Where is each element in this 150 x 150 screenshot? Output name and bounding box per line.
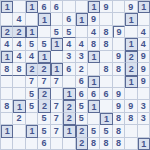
cell-r4c12[interactable]: 4 [138, 38, 150, 50]
cell-r5c5[interactable] [51, 51, 63, 63]
cell-r7c8[interactable]: 1 [88, 76, 100, 88]
cell-r6c12[interactable]: 9 [138, 63, 150, 75]
cell-r11c5[interactable]: 7 [51, 125, 63, 137]
cell-r3c9[interactable]: 8 [100, 26, 112, 38]
cell-r12c7[interactable]: 2 [76, 138, 88, 150]
cell-r2c10[interactable] [113, 13, 125, 25]
cell-r5c2[interactable]: 4 [13, 51, 25, 63]
cell-r12c2[interactable] [13, 138, 25, 150]
cell-r11c4[interactable]: 5 [38, 125, 50, 137]
cell-r10c4[interactable]: 5 [38, 113, 50, 125]
cell-r1c1[interactable]: 1 [1, 1, 13, 13]
cell-r5c6[interactable]: 3 [63, 51, 75, 63]
cell-r1c6[interactable] [63, 1, 75, 13]
cell-r3c11[interactable] [125, 26, 137, 38]
cell-r7c5[interactable]: 7 [51, 76, 63, 88]
cell-r11c7[interactable]: 2 [76, 125, 88, 137]
cell-r12c11[interactable] [125, 138, 137, 150]
cell-r1c8[interactable]: 1 [88, 1, 100, 13]
cell-r1c9[interactable]: 9 [100, 1, 112, 13]
cell-r1c11[interactable]: 9 [125, 1, 137, 13]
cell-r4c2[interactable]: 4 [13, 38, 25, 50]
cell-r3c10[interactable]: 9 [113, 26, 125, 38]
cell-r8c10[interactable]: 9 [113, 88, 125, 100]
cell-r4c7[interactable]: 4 [76, 38, 88, 50]
cell-r5c8[interactable]: 1 [88, 51, 100, 63]
cell-r1c2[interactable] [13, 1, 25, 13]
cell-r11c1[interactable]: 1 [1, 125, 13, 137]
cell-r4c6[interactable]: 4 [63, 38, 75, 50]
cell-r11c3[interactable]: 1 [26, 125, 38, 137]
cell-r6c5[interactable]: 1 [51, 63, 63, 75]
cell-r7c3[interactable]: 7 [26, 76, 38, 88]
cell-r5c1[interactable]: 1 [1, 51, 13, 63]
cell-r8c6[interactable]: 1 [63, 88, 75, 100]
cell-r6c3[interactable]: 2 [26, 63, 38, 75]
cell-r8c4[interactable]: 2 [38, 88, 50, 100]
cell-r3c2[interactable]: 2 [13, 26, 25, 38]
cell-r6c7[interactable]: 2 [76, 63, 88, 75]
cell-r6c11[interactable]: 2 [125, 63, 137, 75]
cell-r2c6[interactable]: 6 [63, 13, 75, 25]
cell-r1c10[interactable] [113, 1, 125, 13]
cell-r8c7[interactable]: 6 [76, 88, 88, 100]
cell-r2c1[interactable] [1, 13, 13, 25]
cell-r9c6[interactable]: 2 [63, 100, 75, 112]
cell-r8c2[interactable] [13, 88, 25, 100]
cell-r1c12[interactable]: 1 [138, 1, 150, 13]
cell-r7c9[interactable] [100, 76, 112, 88]
cell-r7c11[interactable]: 1 [125, 76, 137, 88]
cell-r4c5[interactable]: 1 [51, 38, 63, 50]
cell-r8c5[interactable] [51, 88, 63, 100]
puzzle-board: 1166199141619122155489444551448814144133… [0, 0, 150, 150]
cell-r7c7[interactable]: 6 [76, 76, 88, 88]
cell-r3c7[interactable] [76, 26, 88, 38]
cell-r10c12[interactable]: 3 [138, 113, 150, 125]
cell-r1c3[interactable]: 1 [26, 1, 38, 13]
cell-r10c3[interactable] [26, 113, 38, 125]
cell-r9c4[interactable]: 2 [38, 100, 50, 112]
cell-r6c1[interactable]: 8 [1, 63, 13, 75]
cell-r8c11[interactable] [125, 88, 137, 100]
cell-r6c6[interactable]: 6 [63, 63, 75, 75]
cell-r10c10[interactable]: 8 [113, 113, 125, 125]
cell-r8c9[interactable]: 6 [100, 88, 112, 100]
cell-r9c3[interactable]: 5 [26, 100, 38, 112]
cell-r12c9[interactable]: 8 [100, 138, 112, 150]
cell-r2c5[interactable] [51, 13, 63, 25]
cell-r9c9[interactable] [100, 100, 112, 112]
cell-r9c11[interactable]: 9 [125, 100, 137, 112]
cell-r4c3[interactable]: 5 [26, 38, 38, 50]
cell-r11c2[interactable] [13, 125, 25, 137]
cell-r3c3[interactable]: 1 [26, 26, 38, 38]
cell-r6c8[interactable] [88, 63, 100, 75]
cell-r9c10[interactable]: 9 [113, 100, 125, 112]
cell-r11c8[interactable]: 5 [88, 125, 100, 137]
cell-r5c4[interactable]: 1 [38, 51, 50, 63]
cell-r7c10[interactable] [113, 76, 125, 88]
cell-r4c1[interactable]: 4 [1, 38, 13, 50]
cell-r12c8[interactable]: 8 [88, 138, 100, 150]
cell-r2c8[interactable]: 9 [88, 13, 100, 25]
cell-r3c6[interactable]: 5 [63, 26, 75, 38]
cell-r1c5[interactable]: 6 [51, 1, 63, 13]
cell-r4c4[interactable]: 5 [38, 38, 50, 50]
cell-r9c12[interactable]: 3 [138, 100, 150, 112]
cell-r8c12[interactable] [138, 88, 150, 100]
cell-r5c12[interactable]: 9 [138, 51, 150, 63]
cell-r9c8[interactable]: 1 [88, 100, 100, 112]
cell-r2c12[interactable] [138, 13, 150, 25]
cell-r10c2[interactable]: 2 [13, 113, 25, 125]
cell-r5c10[interactable]: 9 [113, 51, 125, 63]
cell-r3c5[interactable]: 5 [51, 26, 63, 38]
cell-r2c4[interactable]: 1 [38, 13, 50, 25]
cell-r10c6[interactable]: 2 [63, 113, 75, 125]
cell-r6c10[interactable]: 8 [113, 63, 125, 75]
cell-r5c11[interactable]: 2 [125, 51, 137, 63]
cell-r9c2[interactable]: 1 [13, 100, 25, 112]
cell-r4c8[interactable]: 8 [88, 38, 100, 50]
cell-r10c5[interactable]: 7 [51, 113, 63, 125]
cell-r3c4[interactable] [38, 26, 50, 38]
cell-r8c8[interactable]: 6 [88, 88, 100, 100]
cell-r9c7[interactable]: 5 [76, 100, 88, 112]
cell-r6c4[interactable]: 2 [38, 63, 50, 75]
cell-r2c11[interactable]: 1 [125, 13, 137, 25]
cell-r2c7[interactable]: 1 [76, 13, 88, 25]
cell-r12c3[interactable] [26, 138, 38, 150]
cell-r12c12[interactable]: 1 [138, 138, 150, 150]
cell-r2c9[interactable] [100, 13, 112, 25]
cell-r2c3[interactable] [26, 13, 38, 25]
cell-r5c7[interactable]: 3 [76, 51, 88, 63]
cell-r7c12[interactable]: 9 [138, 76, 150, 88]
cell-r11c12[interactable] [138, 125, 150, 137]
cell-r10c8[interactable] [88, 113, 100, 125]
cell-r6c9[interactable]: 8 [100, 63, 112, 75]
cell-r4c9[interactable]: 8 [100, 38, 112, 50]
cell-r12c10[interactable]: 8 [113, 138, 125, 150]
cell-r12c1[interactable] [1, 138, 13, 150]
cell-r11c10[interactable]: 8 [113, 125, 125, 137]
cell-r1c4[interactable]: 6 [38, 1, 50, 13]
cell-r11c9[interactable]: 5 [100, 125, 112, 137]
cell-r7c2[interactable] [13, 76, 25, 88]
cell-r10c1[interactable] [1, 113, 13, 125]
cell-r7c1[interactable] [1, 76, 13, 88]
cell-r3c8[interactable]: 4 [88, 26, 100, 38]
cell-r5c9[interactable] [100, 51, 112, 63]
cell-r7c6[interactable] [63, 76, 75, 88]
cell-r12c6[interactable] [63, 138, 75, 150]
cell-r4c10[interactable] [113, 38, 125, 50]
cell-r9c1[interactable]: 8 [1, 100, 13, 112]
cell-r5c3[interactable]: 4 [26, 51, 38, 63]
cell-r11c6[interactable]: 1 [63, 125, 75, 137]
cell-r12c5[interactable] [51, 138, 63, 150]
cell-r9c5[interactable]: 7 [51, 100, 63, 112]
cell-r3c12[interactable]: 4 [138, 26, 150, 38]
cell-r4c11[interactable]: 1 [125, 38, 137, 50]
cell-r2c2[interactable]: 4 [13, 13, 25, 25]
cell-r7c4[interactable]: 7 [38, 76, 50, 88]
cell-r8c3[interactable]: 5 [26, 88, 38, 100]
cell-r11c11[interactable] [125, 125, 137, 137]
cell-r8c1[interactable] [1, 88, 13, 100]
cell-r12c4[interactable]: 6 [38, 138, 50, 150]
cell-r10c9[interactable]: 1 [100, 113, 112, 125]
cell-r6c2[interactable]: 8 [13, 63, 25, 75]
cell-r10c7[interactable]: 5 [76, 113, 88, 125]
cell-r3c1[interactable]: 2 [1, 26, 13, 38]
cell-r1c7[interactable] [76, 1, 88, 13]
cell-r10c11[interactable]: 8 [125, 113, 137, 125]
